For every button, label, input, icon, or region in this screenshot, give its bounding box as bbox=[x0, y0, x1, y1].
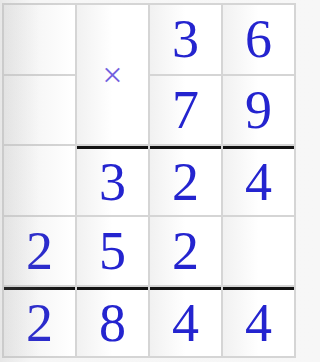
cell-r1c4-multiplicand-ones: 6 bbox=[223, 5, 294, 74]
cell-r5c2-product-hundreds: 8 bbox=[77, 287, 148, 356]
cell-r2c1-blank bbox=[4, 76, 75, 145]
cell-r3c1-blank bbox=[4, 146, 75, 215]
cell-r4c2-partial2-tens: 5 bbox=[77, 217, 148, 286]
cell-r1c3-multiplicand-tens: 3 bbox=[150, 5, 221, 74]
cell-r4c1-partial2-hundreds: 2 bbox=[4, 217, 75, 286]
cell-r2c4-multiplier-ones: 9 bbox=[223, 76, 294, 145]
cell-r5c3-product-tens: 4 bbox=[150, 287, 221, 356]
multiply-sign: × bbox=[77, 5, 148, 144]
cell-r3c3-partial1-tens: 2 bbox=[150, 146, 221, 215]
cell-r4c4-blank bbox=[223, 217, 294, 286]
cell-r4c3-partial2-ones: 2 bbox=[150, 217, 221, 286]
multiplication-grid: × 3 6 7 9 3 2 4 2 5 2 2 8 4 4 bbox=[2, 3, 296, 358]
cell-r5c1-product-thousands: 2 bbox=[4, 287, 75, 356]
cell-r5c4-product-ones: 4 bbox=[223, 287, 294, 356]
cell-r2c3-multiplier-tens: 7 bbox=[150, 76, 221, 145]
cell-r3c2-partial1-hundreds: 3 bbox=[77, 146, 148, 215]
cell-r3c4-partial1-ones: 4 bbox=[223, 146, 294, 215]
cell-r1c1-blank bbox=[4, 5, 75, 74]
